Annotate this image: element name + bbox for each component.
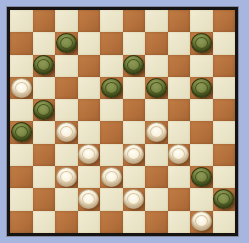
board-square[interactable] bbox=[33, 121, 56, 143]
white-man-piece[interactable] bbox=[146, 122, 167, 142]
white-man-piece[interactable] bbox=[123, 144, 144, 164]
board-square[interactable] bbox=[190, 32, 213, 54]
board-square[interactable] bbox=[78, 166, 101, 188]
board-square[interactable] bbox=[78, 32, 101, 54]
board-square[interactable] bbox=[168, 77, 191, 99]
board-square[interactable] bbox=[33, 55, 56, 77]
board-square[interactable] bbox=[168, 10, 191, 32]
board-square[interactable] bbox=[168, 121, 191, 143]
board-square[interactable] bbox=[168, 188, 191, 210]
white-man-piece[interactable] bbox=[123, 189, 144, 209]
board-square[interactable] bbox=[10, 144, 33, 166]
black-man-piece[interactable] bbox=[213, 189, 234, 209]
white-man-piece[interactable] bbox=[78, 189, 99, 209]
board-square[interactable] bbox=[33, 144, 56, 166]
black-man-piece[interactable] bbox=[11, 122, 32, 142]
board-square[interactable] bbox=[100, 10, 123, 32]
board-square[interactable] bbox=[33, 188, 56, 210]
board-square[interactable] bbox=[190, 166, 213, 188]
board-square[interactable] bbox=[145, 166, 168, 188]
board-square[interactable] bbox=[213, 144, 236, 166]
black-man-piece[interactable] bbox=[33, 100, 54, 120]
board-square[interactable] bbox=[168, 99, 191, 121]
board-square[interactable] bbox=[168, 55, 191, 77]
board-square[interactable] bbox=[78, 211, 101, 233]
board-square[interactable] bbox=[33, 166, 56, 188]
board-square[interactable] bbox=[123, 211, 146, 233]
board-square[interactable] bbox=[10, 55, 33, 77]
board-square[interactable] bbox=[78, 77, 101, 99]
board-square[interactable] bbox=[123, 144, 146, 166]
board-square[interactable] bbox=[145, 32, 168, 54]
black-man-piece[interactable] bbox=[123, 55, 144, 75]
board-square[interactable] bbox=[145, 10, 168, 32]
board-square[interactable] bbox=[213, 121, 236, 143]
board-square[interactable] bbox=[123, 77, 146, 99]
board-square[interactable] bbox=[55, 121, 78, 143]
board-square[interactable] bbox=[213, 211, 236, 233]
board-square[interactable] bbox=[55, 188, 78, 210]
board-square[interactable] bbox=[213, 77, 236, 99]
board-square[interactable] bbox=[33, 77, 56, 99]
board-square[interactable] bbox=[213, 166, 236, 188]
black-man-piece[interactable] bbox=[191, 78, 212, 98]
board-square[interactable] bbox=[10, 77, 33, 99]
board-square[interactable] bbox=[100, 32, 123, 54]
board-square[interactable] bbox=[100, 188, 123, 210]
black-man-piece[interactable] bbox=[191, 33, 212, 53]
board-square[interactable] bbox=[55, 77, 78, 99]
board-square[interactable] bbox=[145, 99, 168, 121]
white-man-piece[interactable] bbox=[56, 167, 77, 187]
board-square[interactable] bbox=[190, 188, 213, 210]
board-square[interactable] bbox=[190, 99, 213, 121]
board-square[interactable] bbox=[145, 188, 168, 210]
board-square[interactable] bbox=[78, 10, 101, 32]
board-square[interactable] bbox=[100, 166, 123, 188]
board-square[interactable] bbox=[123, 166, 146, 188]
board-square[interactable] bbox=[55, 32, 78, 54]
black-man-piece[interactable] bbox=[101, 78, 122, 98]
board-square[interactable] bbox=[190, 144, 213, 166]
board-square[interactable] bbox=[100, 121, 123, 143]
board-frame bbox=[7, 7, 238, 236]
board-square[interactable] bbox=[123, 10, 146, 32]
board-square[interactable] bbox=[145, 77, 168, 99]
board-square[interactable] bbox=[55, 166, 78, 188]
board-square[interactable] bbox=[33, 99, 56, 121]
board-square[interactable] bbox=[123, 55, 146, 77]
board-square[interactable] bbox=[10, 166, 33, 188]
board-square[interactable] bbox=[190, 211, 213, 233]
white-man-piece[interactable] bbox=[101, 167, 122, 187]
board-square[interactable] bbox=[123, 99, 146, 121]
board-square[interactable] bbox=[145, 55, 168, 77]
board-square[interactable] bbox=[190, 55, 213, 77]
board-square[interactable] bbox=[33, 10, 56, 32]
board-square[interactable] bbox=[123, 188, 146, 210]
board-square[interactable] bbox=[55, 10, 78, 32]
window-background bbox=[0, 0, 249, 243]
board-square[interactable] bbox=[213, 32, 236, 54]
board-square[interactable] bbox=[100, 144, 123, 166]
board-square[interactable] bbox=[145, 211, 168, 233]
black-man-piece[interactable] bbox=[146, 78, 167, 98]
board-square[interactable] bbox=[168, 32, 191, 54]
board-square[interactable] bbox=[33, 32, 56, 54]
black-man-piece[interactable] bbox=[33, 55, 54, 75]
board-square[interactable] bbox=[33, 211, 56, 233]
black-man-piece[interactable] bbox=[56, 33, 77, 53]
board-square[interactable] bbox=[78, 99, 101, 121]
board-square[interactable] bbox=[190, 121, 213, 143]
board-square[interactable] bbox=[100, 55, 123, 77]
board-square[interactable] bbox=[55, 144, 78, 166]
board-square[interactable] bbox=[123, 32, 146, 54]
board-square[interactable] bbox=[10, 10, 33, 32]
board-square[interactable] bbox=[10, 211, 33, 233]
white-man-piece[interactable] bbox=[78, 144, 99, 164]
board-square[interactable] bbox=[168, 166, 191, 188]
board-square[interactable] bbox=[78, 144, 101, 166]
white-man-piece[interactable] bbox=[168, 144, 189, 164]
black-man-piece[interactable] bbox=[191, 167, 212, 187]
white-man-piece[interactable] bbox=[11, 78, 32, 98]
board-square[interactable] bbox=[190, 10, 213, 32]
board-square[interactable] bbox=[55, 55, 78, 77]
board-square[interactable] bbox=[78, 121, 101, 143]
board-square[interactable] bbox=[10, 121, 33, 143]
draughts-board bbox=[10, 10, 235, 233]
board-square[interactable] bbox=[100, 99, 123, 121]
white-man-piece[interactable] bbox=[56, 122, 77, 142]
board-square[interactable] bbox=[10, 188, 33, 210]
board-square[interactable] bbox=[213, 10, 236, 32]
board-square[interactable] bbox=[100, 77, 123, 99]
board-square[interactable] bbox=[213, 55, 236, 77]
board-square[interactable] bbox=[145, 121, 168, 143]
board-square[interactable] bbox=[78, 55, 101, 77]
board-square[interactable] bbox=[55, 211, 78, 233]
board-square[interactable] bbox=[213, 188, 236, 210]
white-man-piece[interactable] bbox=[191, 211, 212, 231]
board-square[interactable] bbox=[213, 99, 236, 121]
board-square[interactable] bbox=[168, 211, 191, 233]
board-square[interactable] bbox=[10, 99, 33, 121]
board-square[interactable] bbox=[78, 188, 101, 210]
board-square[interactable] bbox=[100, 211, 123, 233]
board-square[interactable] bbox=[123, 121, 146, 143]
board-square[interactable] bbox=[145, 144, 168, 166]
board-square[interactable] bbox=[10, 32, 33, 54]
board-square[interactable] bbox=[190, 77, 213, 99]
board-square[interactable] bbox=[168, 144, 191, 166]
board-square[interactable] bbox=[55, 99, 78, 121]
